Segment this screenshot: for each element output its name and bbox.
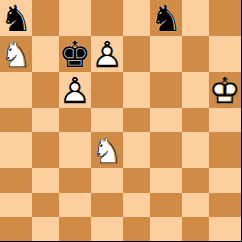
square-e8[interactable] [123, 0, 150, 36]
square-a5[interactable] [0, 108, 32, 132]
square-e4[interactable] [123, 132, 150, 168]
square-d6[interactable] [91, 72, 123, 108]
square-e6[interactable] [123, 72, 150, 108]
square-c7[interactable]: ♚ [59, 36, 91, 72]
square-a1[interactable] [0, 217, 32, 241]
square-h4[interactable] [209, 132, 241, 168]
square-f5[interactable] [150, 108, 182, 132]
piece-white-knight[interactable]: ♞ [91, 133, 123, 169]
piece-white-knight[interactable]: ♞ [0, 37, 32, 73]
square-e2[interactable] [123, 193, 150, 217]
square-c4[interactable] [59, 132, 91, 168]
square-d5[interactable] [91, 108, 123, 132]
square-b7[interactable] [32, 36, 59, 72]
square-a8[interactable]: ♞ [0, 0, 32, 36]
square-b2[interactable] [32, 193, 59, 217]
square-d3[interactable] [91, 168, 123, 192]
square-b8[interactable] [32, 0, 59, 36]
square-e7[interactable] [123, 36, 150, 72]
square-f4[interactable] [150, 132, 182, 168]
square-f2[interactable] [150, 193, 182, 217]
square-f7[interactable] [150, 36, 182, 72]
square-d4[interactable]: ♞ [91, 132, 123, 168]
square-g2[interactable] [182, 193, 209, 217]
square-g1[interactable] [182, 217, 209, 241]
piece-white-king[interactable]: ♚ [209, 73, 241, 109]
square-d7[interactable]: ♟ [91, 36, 123, 72]
square-b6[interactable] [32, 72, 59, 108]
square-h6[interactable]: ♚ [209, 72, 241, 108]
square-e5[interactable] [123, 108, 150, 132]
square-a4[interactable] [0, 132, 32, 168]
square-g6[interactable] [182, 72, 209, 108]
square-c6[interactable]: ♟ [59, 72, 91, 108]
square-h2[interactable] [209, 193, 241, 217]
piece-white-pawn[interactable]: ♟ [91, 37, 123, 73]
square-f6[interactable] [150, 72, 182, 108]
square-f1[interactable] [150, 217, 182, 241]
square-h1[interactable] [209, 217, 241, 241]
square-d1[interactable] [91, 217, 123, 241]
square-g8[interactable] [182, 0, 209, 36]
square-f3[interactable] [150, 168, 182, 192]
square-b5[interactable] [32, 108, 59, 132]
square-b4[interactable] [32, 132, 59, 168]
square-c8[interactable] [59, 0, 91, 36]
square-a3[interactable] [0, 168, 32, 192]
piece-black-knight[interactable]: ♞ [150, 1, 182, 37]
square-e3[interactable] [123, 168, 150, 192]
square-h7[interactable] [209, 36, 241, 72]
square-h8[interactable] [209, 0, 241, 36]
square-g4[interactable] [182, 132, 209, 168]
square-g5[interactable] [182, 108, 209, 132]
square-c1[interactable] [59, 217, 91, 241]
square-b3[interactable] [32, 168, 59, 192]
piece-black-king[interactable]: ♚ [59, 37, 91, 73]
square-g3[interactable] [182, 168, 209, 192]
square-a6[interactable] [0, 72, 32, 108]
square-g7[interactable] [182, 36, 209, 72]
square-h5[interactable] [209, 108, 241, 132]
square-c5[interactable] [59, 108, 91, 132]
square-c3[interactable] [59, 168, 91, 192]
piece-black-knight[interactable]: ♞ [0, 1, 32, 37]
square-h3[interactable] [209, 168, 241, 192]
chess-board: ♞♞♞♚♟♟♚♞ [0, 0, 242, 242]
square-a7[interactable]: ♞ [0, 36, 32, 72]
square-e1[interactable] [123, 217, 150, 241]
square-d2[interactable] [91, 193, 123, 217]
square-d8[interactable] [91, 0, 123, 36]
square-f8[interactable]: ♞ [150, 0, 182, 36]
square-b1[interactable] [32, 217, 59, 241]
piece-white-pawn[interactable]: ♟ [59, 73, 91, 109]
square-a2[interactable] [0, 193, 32, 217]
square-c2[interactable] [59, 193, 91, 217]
